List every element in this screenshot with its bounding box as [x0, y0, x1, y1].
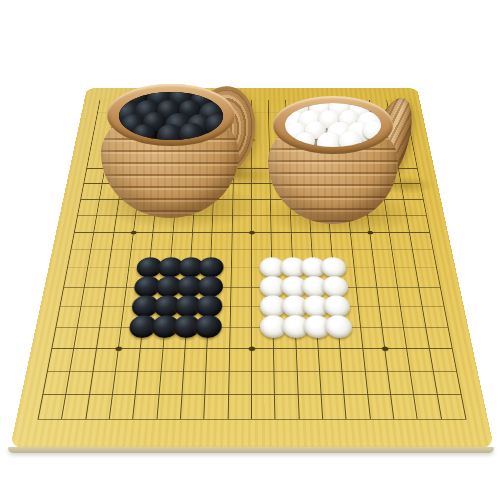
board-cell[interactable]	[422, 307, 447, 328]
board-cell[interactable]	[111, 233, 133, 251]
board-cell[interactable]	[172, 233, 193, 251]
board-cell[interactable]	[159, 371, 184, 394]
board-cell[interactable]	[168, 268, 190, 287]
board-cell[interactable]	[345, 395, 371, 419]
board-cell[interactable]	[231, 268, 252, 287]
board-cell[interactable]	[187, 307, 210, 328]
board-cell[interactable]	[372, 250, 395, 268]
board-cell[interactable]	[161, 349, 185, 371]
board-cell[interactable]	[363, 349, 388, 371]
board-cell[interactable]	[206, 371, 230, 394]
board-cell[interactable]	[148, 268, 171, 287]
board-cell[interactable]	[167, 287, 190, 307]
board-cell[interactable]	[119, 328, 143, 349]
board-cell[interactable]	[93, 349, 119, 371]
board-cell[interactable]	[100, 307, 124, 328]
board-cell[interactable]	[185, 328, 208, 349]
board-cell[interactable]	[252, 287, 273, 307]
board-cell[interactable]	[337, 307, 361, 328]
board-cell[interactable]	[252, 250, 272, 268]
board-front-edge	[8, 447, 494, 453]
board-cell[interactable]	[316, 307, 339, 328]
board-cell[interactable]	[182, 371, 206, 394]
board-cell[interactable]	[312, 250, 334, 268]
board-cell[interactable]	[413, 250, 437, 268]
board-cell[interactable]	[252, 328, 274, 349]
board-cell[interactable]	[272, 250, 293, 268]
board-cell[interactable]	[86, 395, 113, 419]
board-cell[interactable]	[97, 328, 122, 349]
board-cell[interactable]	[188, 287, 210, 307]
board-cell[interactable]	[205, 395, 229, 419]
board-cell[interactable]	[212, 233, 232, 251]
board-cell[interactable]	[165, 307, 188, 328]
board-cell[interactable]	[124, 287, 147, 307]
board-cell[interactable]	[163, 328, 187, 349]
board-cell[interactable]	[296, 349, 320, 371]
board-cell[interactable]	[229, 349, 252, 371]
board-cell[interactable]	[322, 395, 347, 419]
go-set-product-photo	[0, 0, 500, 500]
board-cell[interactable]	[319, 349, 343, 371]
board-cell[interactable]	[103, 287, 127, 307]
board-cell[interactable]	[230, 307, 252, 328]
board-cell[interactable]	[157, 395, 182, 419]
white-stone-bowl[interactable]	[268, 96, 404, 226]
board-cell[interactable]	[295, 328, 318, 349]
board-cell[interactable]	[370, 233, 392, 251]
board-cell[interactable]	[433, 371, 460, 394]
board-cell[interactable]	[228, 395, 252, 419]
board-cell[interactable]	[127, 268, 150, 287]
board-cell[interactable]	[332, 250, 354, 268]
board-cell[interactable]	[291, 233, 312, 251]
board-cell[interactable]	[320, 371, 345, 394]
board-cell[interactable]	[275, 371, 299, 394]
board-cell[interactable]	[106, 268, 129, 287]
board-cell[interactable]	[207, 349, 230, 371]
board-cell[interactable]	[152, 233, 174, 251]
board-cell[interactable]	[430, 349, 457, 371]
board-cell[interactable]	[170, 250, 192, 268]
board-cell[interactable]	[294, 287, 316, 307]
board-cell[interactable]	[339, 328, 363, 349]
board-cell[interactable]	[275, 395, 299, 419]
board-cell[interactable]	[365, 371, 391, 394]
board-cell[interactable]	[315, 287, 338, 307]
board-cell[interactable]	[419, 287, 444, 307]
board-cell[interactable]	[382, 328, 407, 349]
board-cell[interactable]	[295, 307, 318, 328]
board-cell[interactable]	[380, 307, 404, 328]
board-cell[interactable]	[252, 268, 273, 287]
board-cell[interactable]	[297, 371, 321, 394]
board-cell[interactable]	[110, 395, 136, 419]
board-cell[interactable]	[292, 250, 313, 268]
board-cell[interactable]	[317, 328, 341, 349]
black-stone-bowl[interactable]	[99, 84, 243, 222]
board-cell[interactable]	[109, 250, 132, 268]
board-cell[interactable]	[274, 328, 297, 349]
board-cell[interactable]	[356, 287, 379, 307]
board-cell[interactable]	[416, 268, 440, 287]
board-cell[interactable]	[354, 268, 377, 287]
board-cell[interactable]	[232, 233, 252, 251]
board-cell[interactable]	[139, 349, 164, 371]
board-cell[interactable]	[377, 287, 401, 307]
board-cell[interactable]	[133, 395, 159, 419]
board-cell[interactable]	[231, 287, 252, 307]
board-cell[interactable]	[91, 233, 114, 251]
board-cell[interactable]	[209, 287, 231, 307]
board-cell[interactable]	[341, 349, 366, 371]
black-stones-in-bowl	[119, 92, 223, 140]
board-cell[interactable]	[273, 307, 295, 328]
board-cell[interactable]	[368, 395, 394, 419]
board-cell[interactable]	[426, 328, 452, 349]
board-cell[interactable]	[252, 371, 275, 394]
board-cell[interactable]	[136, 371, 161, 394]
board-cell[interactable]	[122, 307, 146, 328]
board-cell[interactable]	[410, 233, 433, 251]
board-cell[interactable]	[211, 250, 232, 268]
board-cell[interactable]	[209, 307, 231, 328]
board-cell[interactable]	[313, 268, 335, 287]
board-cell[interactable]	[191, 250, 212, 268]
board-cell[interactable]	[352, 250, 374, 268]
board-cell[interactable]	[343, 371, 368, 394]
board-cell[interactable]	[181, 395, 206, 419]
board-cell[interactable]	[143, 307, 167, 328]
board-cell[interactable]	[90, 371, 116, 394]
board-cell[interactable]	[129, 250, 151, 268]
board-cell[interactable]	[113, 371, 139, 394]
board-cell[interactable]	[252, 307, 274, 328]
board-cell[interactable]	[88, 250, 111, 268]
board-cell[interactable]	[116, 349, 141, 371]
board-cell[interactable]	[230, 328, 252, 349]
board-cell[interactable]	[359, 307, 383, 328]
board-cell[interactable]	[184, 349, 208, 371]
board-cell[interactable]	[192, 233, 213, 251]
board-cell[interactable]	[293, 268, 315, 287]
white-stones-in-bowl	[285, 103, 381, 147]
board-cell[interactable]	[334, 268, 357, 287]
board-cell[interactable]	[189, 268, 211, 287]
board-cell[interactable]	[252, 349, 275, 371]
board-cell[interactable]	[252, 395, 276, 419]
board-cell[interactable]	[232, 250, 252, 268]
board-cell[interactable]	[272, 268, 293, 287]
board-cell[interactable]	[141, 328, 165, 349]
board-cell[interactable]	[252, 100, 269, 113]
board-cell[interactable]	[273, 287, 295, 307]
board-cell[interactable]	[375, 268, 398, 287]
board-cell[interactable]	[132, 233, 154, 251]
board-cell[interactable]	[252, 233, 272, 251]
board-cell[interactable]	[210, 268, 231, 287]
board-cell[interactable]	[274, 349, 297, 371]
board-cell[interactable]	[361, 328, 386, 349]
board-cell[interactable]	[272, 233, 292, 251]
board-cell[interactable]	[336, 287, 359, 307]
board-cell[interactable]	[208, 328, 231, 349]
board-cell[interactable]	[229, 371, 252, 394]
board-cell[interactable]	[437, 395, 465, 419]
board-cell[interactable]	[145, 287, 168, 307]
board-cell[interactable]	[150, 250, 172, 268]
board-cell[interactable]	[298, 395, 323, 419]
